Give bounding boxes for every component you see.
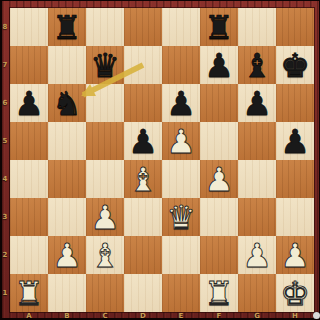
piece-white-bishop-d4[interactable]: ♝	[124, 160, 162, 198]
square-g3[interactable]	[238, 198, 276, 236]
square-f3[interactable]	[200, 198, 238, 236]
square-f5[interactable]	[200, 122, 238, 160]
piece-white-rook-a1[interactable]: ♜	[10, 274, 48, 312]
rank-label-4: 4	[0, 160, 10, 198]
piece-black-pawn-g6[interactable]: ♟	[238, 84, 276, 122]
square-e8[interactable]	[162, 8, 200, 46]
square-a7[interactable]	[10, 46, 48, 84]
piece-black-rook-f8[interactable]: ♜	[200, 8, 238, 46]
file-label-g: G	[238, 311, 276, 320]
square-g1[interactable]	[238, 274, 276, 312]
square-b4[interactable]	[48, 160, 86, 198]
rank-label-3: 3	[0, 198, 10, 236]
square-e7[interactable]	[162, 46, 200, 84]
rank-label-8: 8	[0, 8, 10, 46]
square-c8[interactable]	[86, 8, 124, 46]
square-a2[interactable]	[10, 236, 48, 274]
piece-black-bishop-g7[interactable]: ♝	[238, 46, 276, 84]
piece-white-rook-f1[interactable]: ♜	[200, 274, 238, 312]
square-g5[interactable]	[238, 122, 276, 160]
square-b5[interactable]	[48, 122, 86, 160]
square-d6[interactable]	[124, 84, 162, 122]
rank-label-6: 6	[0, 84, 10, 122]
square-h3[interactable]	[276, 198, 314, 236]
square-d3[interactable]	[124, 198, 162, 236]
square-a8[interactable]	[10, 8, 48, 46]
square-b3[interactable]	[48, 198, 86, 236]
square-c1[interactable]	[86, 274, 124, 312]
square-c6[interactable]	[86, 84, 124, 122]
square-d7[interactable]	[124, 46, 162, 84]
rank-label-1: 1	[0, 274, 10, 312]
square-h4[interactable]	[276, 160, 314, 198]
rank-label-7: 7	[0, 46, 10, 84]
square-b7[interactable]	[48, 46, 86, 84]
square-c5[interactable]	[86, 122, 124, 160]
square-h6[interactable]	[276, 84, 314, 122]
piece-white-pawn-b2[interactable]: ♟	[48, 236, 86, 274]
piece-white-bishop-c2[interactable]: ♝	[86, 236, 124, 274]
file-label-b: B	[48, 311, 86, 320]
square-d8[interactable]	[124, 8, 162, 46]
square-a3[interactable]	[10, 198, 48, 236]
file-label-c: C	[86, 311, 124, 320]
square-e4[interactable]	[162, 160, 200, 198]
piece-black-pawn-a6[interactable]: ♟	[10, 84, 48, 122]
piece-black-pawn-d5[interactable]: ♟	[124, 122, 162, 160]
piece-black-pawn-f7[interactable]: ♟	[200, 46, 238, 84]
piece-white-pawn-f4[interactable]: ♟	[200, 160, 238, 198]
square-b1[interactable]	[48, 274, 86, 312]
square-d1[interactable]	[124, 274, 162, 312]
square-g8[interactable]	[238, 8, 276, 46]
piece-white-king-h1[interactable]: ♚	[276, 274, 314, 312]
piece-white-pawn-c3[interactable]: ♟	[86, 198, 124, 236]
piece-white-pawn-e5[interactable]: ♟	[162, 122, 200, 160]
piece-black-king-h7[interactable]: ♚	[276, 46, 314, 84]
square-f2[interactable]	[200, 236, 238, 274]
chessboard-frame: 87654321ABCDEFGH ♜♜♛♟♝♚♟♞♟♟♟♟♟♝♟♟♛♟♝♟♟♜♜…	[0, 0, 320, 320]
piece-black-pawn-e6[interactable]: ♟	[162, 84, 200, 122]
square-e2[interactable]	[162, 236, 200, 274]
file-label-d: D	[124, 311, 162, 320]
rank-label-5: 5	[0, 122, 10, 160]
square-e1[interactable]	[162, 274, 200, 312]
square-f6[interactable]	[200, 84, 238, 122]
piece-white-pawn-h2[interactable]: ♟	[276, 236, 314, 274]
piece-white-queen-e3[interactable]: ♛	[162, 198, 200, 236]
square-c4[interactable]	[86, 160, 124, 198]
square-h8[interactable]	[276, 8, 314, 46]
corner-dot	[313, 312, 320, 319]
piece-black-queen-c7[interactable]: ♛	[86, 46, 124, 84]
piece-black-pawn-h5[interactable]: ♟	[276, 122, 314, 160]
piece-black-knight-b6[interactable]: ♞	[48, 84, 86, 122]
file-label-e: E	[162, 311, 200, 320]
rank-label-2: 2	[0, 236, 10, 274]
square-d2[interactable]	[124, 236, 162, 274]
piece-black-rook-b8[interactable]: ♜	[48, 8, 86, 46]
square-a4[interactable]	[10, 160, 48, 198]
square-a5[interactable]	[10, 122, 48, 160]
square-g4[interactable]	[238, 160, 276, 198]
piece-white-pawn-g2[interactable]: ♟	[238, 236, 276, 274]
